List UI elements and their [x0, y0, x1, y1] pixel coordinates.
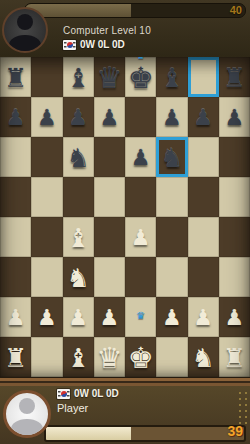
south-korea-flag-icon: [63, 40, 76, 50]
square-e3[interactable]: [125, 257, 156, 297]
player-panel: 0W 0L 0D Player 39: [0, 386, 250, 444]
black-pawn[interactable]: ♟: [31, 97, 62, 137]
square-a4[interactable]: [0, 217, 31, 257]
player-name: Player: [57, 402, 88, 414]
square-b7[interactable]: ♟: [31, 97, 62, 137]
square-h1[interactable]: ♜: [219, 337, 250, 377]
black-knight[interactable]: ♞: [156, 137, 187, 177]
opponent-timer-value: 40: [230, 3, 242, 16]
board-frame-edge: [0, 377, 250, 386]
square-a5[interactable]: [0, 177, 31, 217]
white-pawn[interactable]: ♟: [31, 297, 62, 337]
square-c3[interactable]: ♞: [63, 257, 94, 297]
square-f2[interactable]: ♟: [156, 297, 187, 337]
avatar-body-icon: [11, 419, 42, 438]
white-pawn[interactable]: ♟: [219, 297, 250, 337]
player-record: 0W 0L 0D: [74, 388, 119, 399]
white-pawn[interactable]: ♟: [0, 297, 31, 337]
player-record-line: 0W 0L 0D: [57, 388, 119, 399]
black-pawn[interactable]: ♟: [0, 97, 31, 137]
square-g1[interactable]: ♞: [188, 337, 219, 377]
white-bishop[interactable]: ♝: [63, 337, 94, 377]
square-a3[interactable]: [0, 257, 31, 297]
black-rook[interactable]: ♜: [0, 57, 31, 97]
square-d1[interactable]: ♛: [94, 337, 125, 377]
white-bishop[interactable]: ♝: [63, 217, 94, 257]
square-e1[interactable]: ♚♛: [125, 337, 156, 377]
square-a8[interactable]: ♜: [0, 57, 31, 97]
square-h7[interactable]: ♟: [219, 97, 250, 137]
square-b1[interactable]: [31, 337, 62, 377]
square-e7[interactable]: [125, 97, 156, 137]
square-c4[interactable]: ♝: [63, 217, 94, 257]
square-f1[interactable]: [156, 337, 187, 377]
black-king[interactable]: ♚: [125, 57, 156, 97]
square-f7[interactable]: ♟: [156, 97, 187, 137]
opponent-record-line: 0W 0L 0D: [63, 39, 125, 50]
square-g2[interactable]: ♟: [188, 297, 219, 337]
square-e8[interactable]: ♚♛: [125, 57, 156, 97]
black-knight[interactable]: ♞: [63, 137, 94, 177]
square-d6[interactable]: [94, 137, 125, 177]
square-c1[interactable]: ♝: [63, 337, 94, 377]
square-a2[interactable]: ♟: [0, 297, 31, 337]
player-timer-fill: [46, 427, 131, 440]
square-a7[interactable]: ♟: [0, 97, 31, 137]
white-king[interactable]: ♚: [125, 337, 156, 377]
square-d7[interactable]: ♟: [94, 97, 125, 137]
square-b4[interactable]: [31, 217, 62, 257]
square-b5[interactable]: [31, 177, 62, 217]
square-b8[interactable]: [31, 57, 62, 97]
square-e5[interactable]: [125, 177, 156, 217]
square-e4[interactable]: ♟: [125, 217, 156, 257]
square-f3[interactable]: [156, 257, 187, 297]
chess-board[interactable]: ♜♝♛♚♛♝♜♟♟♟♟♟♟♟♞♟♞♝♟♞♟♟♟♟♟♟♟♜♝♛♚♛♞♜: [0, 57, 250, 377]
player-avatar[interactable]: [3, 390, 51, 438]
opponent-bar: 40 Computer Level 10 0W 0L 0D: [0, 0, 250, 57]
white-knight[interactable]: ♞: [188, 337, 219, 377]
square-h4[interactable]: [219, 217, 250, 257]
square-h2[interactable]: ♟: [219, 297, 250, 337]
square-c6[interactable]: ♞: [63, 137, 94, 177]
white-pawn[interactable]: ♟: [63, 297, 94, 337]
square-d4[interactable]: [94, 217, 125, 257]
square-c5[interactable]: [63, 177, 94, 217]
square-b6[interactable]: [31, 137, 62, 177]
square-h3[interactable]: [219, 257, 250, 297]
black-bishop[interactable]: ♝: [63, 57, 94, 97]
square-b3[interactable]: [31, 257, 62, 297]
square-a6[interactable]: [0, 137, 31, 177]
square-b2[interactable]: ♟: [31, 297, 62, 337]
square-h5[interactable]: [219, 177, 250, 217]
white-pawn[interactable]: ♟: [156, 297, 187, 337]
south-korea-flag-icon: [57, 389, 70, 399]
black-rook[interactable]: ♜: [219, 57, 250, 97]
square-g3[interactable]: [188, 257, 219, 297]
white-knight[interactable]: ♞: [63, 257, 94, 297]
square-d8[interactable]: ♛: [94, 57, 125, 97]
king-marker-icon: ♛: [136, 311, 145, 321]
square-d3[interactable]: [94, 257, 125, 297]
square-f4[interactable]: [156, 217, 187, 257]
square-g6[interactable]: [188, 137, 219, 177]
white-rook[interactable]: ♜: [219, 337, 250, 377]
opponent-avatar[interactable]: [2, 7, 48, 53]
avatar-head-icon: [19, 398, 35, 414]
chess-app-screen: 40 Computer Level 10 0W 0L 0D ♜♝♛♚♛♝♜♟♟♟…: [0, 0, 250, 444]
opponent-record: 0W 0L 0D: [80, 39, 125, 50]
square-h6[interactable]: [219, 137, 250, 177]
square-g7[interactable]: ♟: [188, 97, 219, 137]
avatar-body-icon: [9, 35, 40, 53]
square-d5[interactable]: [94, 177, 125, 217]
player-bar: 0W 0L 0D Player 39: [0, 377, 250, 444]
opponent-name: Computer Level 10: [63, 25, 151, 36]
square-h8[interactable]: ♜: [219, 57, 250, 97]
opponent-timer-bar: [24, 3, 246, 18]
black-queen[interactable]: ♛: [94, 57, 125, 97]
white-pawn[interactable]: ♟: [94, 297, 125, 337]
square-c7[interactable]: ♟: [63, 97, 94, 137]
white-rook[interactable]: ♜: [0, 337, 31, 377]
player-timer-bar: [44, 425, 246, 442]
black-pawn[interactable]: ♟: [188, 97, 219, 137]
square-g8[interactable]: [188, 57, 219, 97]
black-pawn[interactable]: ♟: [156, 97, 187, 137]
square-g5[interactable]: [188, 177, 219, 217]
black-pawn[interactable]: ♟: [94, 97, 125, 137]
square-f5[interactable]: [156, 177, 187, 217]
square-f8[interactable]: ♝: [156, 57, 187, 97]
black-bishop[interactable]: ♝: [156, 57, 187, 97]
white-pawn[interactable]: ♟: [125, 217, 156, 257]
square-a1[interactable]: ♜: [0, 337, 31, 377]
square-g4[interactable]: [188, 217, 219, 257]
square-c2[interactable]: ♟: [63, 297, 94, 337]
white-queen[interactable]: ♛: [94, 337, 125, 377]
square-d2[interactable]: ♟: [94, 297, 125, 337]
white-pawn[interactable]: ♟: [188, 297, 219, 337]
square-e6[interactable]: ♟: [125, 137, 156, 177]
black-pawn[interactable]: ♟: [63, 97, 94, 137]
decorative-rivets: [237, 390, 248, 428]
square-f6[interactable]: ♞: [156, 137, 187, 177]
square-c8[interactable]: ♝: [63, 57, 94, 97]
avatar-head-icon: [17, 14, 33, 30]
black-pawn[interactable]: ♟: [219, 97, 250, 137]
black-pawn[interactable]: ♟: [125, 137, 156, 177]
